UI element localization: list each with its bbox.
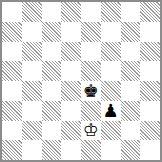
- square-f4[interactable]: [101, 81, 121, 101]
- square-e5[interactable]: [81, 61, 101, 81]
- square-c1[interactable]: [42, 140, 62, 160]
- black-pawn: ♟: [103, 101, 119, 119]
- square-h7[interactable]: [140, 22, 160, 42]
- black-king: ♚: [83, 81, 99, 99]
- square-f5[interactable]: [101, 61, 121, 81]
- square-c4[interactable]: [42, 81, 62, 101]
- square-g5[interactable]: [121, 61, 141, 81]
- square-e3[interactable]: [81, 101, 101, 121]
- square-f1[interactable]: [101, 140, 121, 160]
- square-d6[interactable]: [61, 42, 81, 62]
- square-f3[interactable]: ♟: [101, 101, 121, 121]
- square-b4[interactable]: [22, 81, 42, 101]
- square-a3[interactable]: [2, 101, 22, 121]
- square-b5[interactable]: [22, 61, 42, 81]
- square-h2[interactable]: [140, 121, 160, 141]
- chess-board: ♚♟♔: [2, 2, 160, 160]
- square-f2[interactable]: [101, 121, 121, 141]
- chess-board-frame: ♚♟♔: [0, 0, 162, 162]
- square-c7[interactable]: [42, 22, 62, 42]
- square-b1[interactable]: [22, 140, 42, 160]
- square-e2[interactable]: ♔: [81, 121, 101, 141]
- square-h8[interactable]: [140, 2, 160, 22]
- square-d2[interactable]: [61, 121, 81, 141]
- square-e4[interactable]: ♚: [81, 81, 101, 101]
- square-g6[interactable]: [121, 42, 141, 62]
- square-d3[interactable]: [61, 101, 81, 121]
- square-h6[interactable]: [140, 42, 160, 62]
- square-c3[interactable]: [42, 101, 62, 121]
- square-c5[interactable]: [42, 61, 62, 81]
- square-a1[interactable]: [2, 140, 22, 160]
- square-b8[interactable]: [22, 2, 42, 22]
- square-b2[interactable]: [22, 121, 42, 141]
- square-b3[interactable]: [22, 101, 42, 121]
- square-a5[interactable]: [2, 61, 22, 81]
- square-g3[interactable]: [121, 101, 141, 121]
- square-b6[interactable]: [22, 42, 42, 62]
- square-d8[interactable]: [61, 2, 81, 22]
- square-c6[interactable]: [42, 42, 62, 62]
- square-f6[interactable]: [101, 42, 121, 62]
- square-c8[interactable]: [42, 2, 62, 22]
- square-c2[interactable]: [42, 121, 62, 141]
- square-h3[interactable]: [140, 101, 160, 121]
- square-b7[interactable]: [22, 22, 42, 42]
- square-g1[interactable]: [121, 140, 141, 160]
- square-g4[interactable]: [121, 81, 141, 101]
- square-a7[interactable]: [2, 22, 22, 42]
- square-d5[interactable]: [61, 61, 81, 81]
- square-h4[interactable]: [140, 81, 160, 101]
- square-h5[interactable]: [140, 61, 160, 81]
- square-d4[interactable]: [61, 81, 81, 101]
- square-e7[interactable]: [81, 22, 101, 42]
- square-e8[interactable]: [81, 2, 101, 22]
- square-a2[interactable]: [2, 121, 22, 141]
- square-h1[interactable]: [140, 140, 160, 160]
- square-e1[interactable]: [81, 140, 101, 160]
- square-g8[interactable]: [121, 2, 141, 22]
- square-f7[interactable]: [101, 22, 121, 42]
- square-d7[interactable]: [61, 22, 81, 42]
- square-f8[interactable]: [101, 2, 121, 22]
- square-a6[interactable]: [2, 42, 22, 62]
- square-g7[interactable]: [121, 22, 141, 42]
- square-e6[interactable]: [81, 42, 101, 62]
- square-g2[interactable]: [121, 121, 141, 141]
- white-king: ♔: [83, 121, 99, 139]
- square-a4[interactable]: [2, 81, 22, 101]
- square-d1[interactable]: [61, 140, 81, 160]
- square-a8[interactable]: [2, 2, 22, 22]
